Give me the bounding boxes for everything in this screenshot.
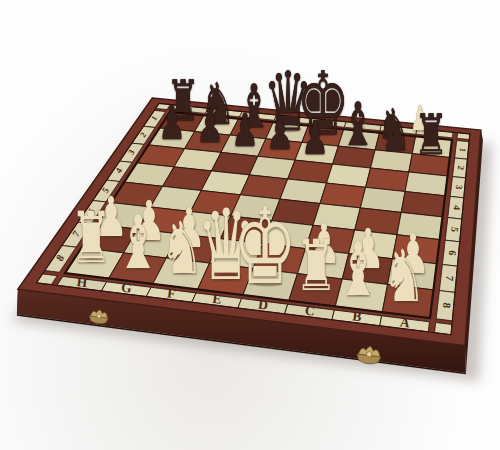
- file-label-near-3: E: [212, 291, 223, 307]
- file-label-near-5: C: [304, 302, 316, 318]
- file-label-far-5: C: [361, 122, 366, 128]
- file-label-far-1: G: [221, 108, 227, 114]
- file-label-far-0: H: [188, 105, 194, 111]
- chess-board: HH11GG22FF33EE44DD55CC66BB77AA88: [0, 0, 500, 450]
- file-label-far-6: B: [396, 126, 401, 132]
- file-label-far-3: E: [291, 115, 296, 121]
- file-label-near-6: B: [352, 308, 363, 324]
- chess-set-photo-scene: HH11GG22FF33EE44DD55CC66BB77AA88 ♟♜♞♝♛♚♝…: [0, 0, 500, 450]
